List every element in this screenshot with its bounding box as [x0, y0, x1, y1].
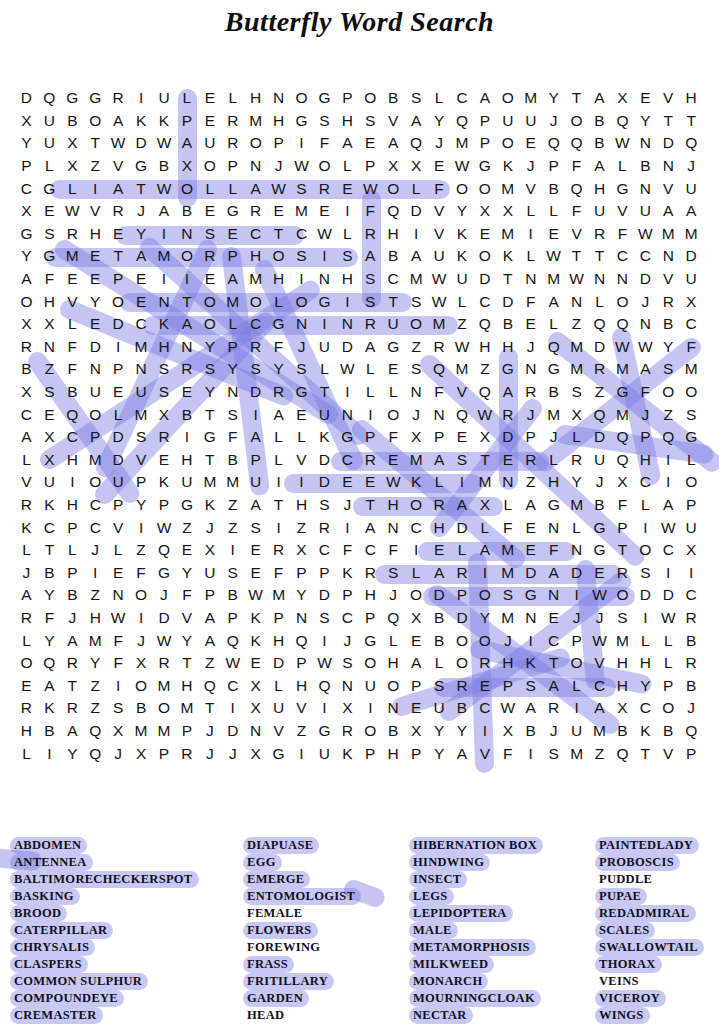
- grid-cell: V: [657, 742, 680, 765]
- grid-cell: L: [359, 358, 382, 381]
- word-list-item: FRASS: [243, 956, 294, 973]
- grid-cell: P: [61, 516, 84, 539]
- grid-cell: S: [680, 403, 703, 426]
- grid-cell: O: [680, 381, 703, 404]
- grid-cell: P: [634, 426, 657, 449]
- grid-cell: U: [198, 561, 221, 584]
- grid-cell: M: [565, 494, 588, 517]
- word-list-item: FEMALE: [243, 905, 308, 922]
- grid-cell: P: [244, 449, 267, 472]
- grid-cell: Y: [130, 223, 153, 246]
- grid-cell: I: [473, 561, 496, 584]
- grid-cell: U: [680, 516, 703, 539]
- grid-cell: H: [244, 245, 267, 268]
- grid-cell: U: [428, 245, 451, 268]
- grid-cell: E: [542, 607, 565, 630]
- grid-cell: I: [405, 539, 428, 562]
- grid-cell: O: [611, 290, 634, 313]
- grid-cell: T: [198, 697, 221, 720]
- grid-cell: C: [680, 584, 703, 607]
- grid-cell: W: [473, 403, 496, 426]
- grid-cell: S: [153, 381, 176, 404]
- grid-cell: O: [359, 87, 382, 110]
- grid-cell: A: [359, 336, 382, 359]
- grid-cell: H: [61, 494, 84, 517]
- grid-cell: N: [519, 358, 542, 381]
- grid-cell: J: [542, 426, 565, 449]
- grid-cell: R: [680, 607, 703, 630]
- grid-cell: E: [519, 539, 542, 562]
- grid-cell: L: [61, 539, 84, 562]
- grid-cell: R: [153, 426, 176, 449]
- grid-cell: Y: [451, 200, 474, 223]
- grid-cell: Y: [542, 87, 565, 110]
- grid-cell: I: [290, 268, 313, 291]
- grid-cell: T: [496, 268, 519, 291]
- grid-cell: R: [588, 223, 611, 246]
- word-list-row: ANTENNEA: [14, 853, 199, 870]
- grid-cell: D: [336, 336, 359, 359]
- grid-cell: N: [519, 268, 542, 291]
- grid-cell: A: [15, 268, 38, 291]
- word-list-row: HINDWING: [413, 853, 543, 870]
- grid-cell: R: [359, 223, 382, 246]
- grid-cell: S: [611, 607, 634, 630]
- grid-cell: C: [290, 223, 313, 246]
- grid-cell: S: [313, 607, 336, 630]
- word-list-row: MOURNINGCLOAK: [413, 989, 543, 1006]
- grid-cell: P: [473, 132, 496, 155]
- grid-cell: B: [588, 494, 611, 517]
- grid-cell: W: [61, 200, 84, 223]
- grid-cell: N: [565, 290, 588, 313]
- grid-cell: S: [336, 245, 359, 268]
- grid-cell: N: [336, 674, 359, 697]
- grid-cell: W: [634, 336, 657, 359]
- grid-cell: B: [588, 110, 611, 133]
- grid-cell: N: [290, 607, 313, 630]
- grid-cell: M: [496, 177, 519, 200]
- grid-cell: B: [221, 584, 244, 607]
- grid-cell: L: [267, 674, 290, 697]
- grid-cell: E: [38, 200, 61, 223]
- grid-cell: L: [359, 381, 382, 404]
- word-list-column: ABDOMENANTENNEABALTIMORECHECKERSPOTBASKI…: [14, 836, 199, 1023]
- grid-cell: E: [84, 245, 107, 268]
- grid-cell: L: [405, 561, 428, 584]
- grid-cell: B: [519, 720, 542, 743]
- grid-cell: L: [542, 449, 565, 472]
- grid-cell: S: [130, 426, 153, 449]
- grid-cell: U: [634, 200, 657, 223]
- word-list-item: FLOWERS: [243, 922, 318, 939]
- grid-cell: S: [198, 223, 221, 246]
- grid-cell: I: [336, 516, 359, 539]
- grid-cell: F: [267, 336, 290, 359]
- grid-cell: Z: [565, 313, 588, 336]
- grid-cell: M: [130, 336, 153, 359]
- grid-cell: M: [153, 245, 176, 268]
- grid-cell: I: [267, 516, 290, 539]
- grid-cell: M: [588, 720, 611, 743]
- grid-cell: S: [405, 290, 428, 313]
- grid-cell: L: [198, 177, 221, 200]
- grid-cell: F: [267, 561, 290, 584]
- grid-cell: R: [15, 494, 38, 517]
- grid-cell: H: [84, 607, 107, 630]
- grid-cell: O: [198, 155, 221, 178]
- grid-cell: I: [175, 268, 198, 291]
- grid-cell: M: [496, 539, 519, 562]
- grid-cell: O: [634, 539, 657, 562]
- grid-cell: W: [290, 155, 313, 178]
- grid-cell: O: [405, 313, 428, 336]
- grid-cell: X: [38, 449, 61, 472]
- grid-cell: H: [634, 652, 657, 675]
- grid-cell: A: [382, 132, 405, 155]
- grid-cell: R: [428, 494, 451, 517]
- grid-cell: E: [428, 155, 451, 178]
- grid-cell: X: [61, 132, 84, 155]
- word-list-item: COMPOUNDEYE: [10, 990, 124, 1007]
- word-list-row: CLASPERS: [14, 955, 199, 972]
- grid-cell: U: [680, 268, 703, 291]
- grid-cell: S: [382, 561, 405, 584]
- grid-cell: L: [61, 177, 84, 200]
- grid-cell: F: [61, 358, 84, 381]
- grid-cell: D: [221, 720, 244, 743]
- grid-cell: Q: [542, 336, 565, 359]
- grid-cell: A: [15, 426, 38, 449]
- grid-cell: K: [451, 245, 474, 268]
- grid-cell: N: [519, 607, 542, 630]
- grid-cell: K: [244, 607, 267, 630]
- grid-cell: Y: [657, 336, 680, 359]
- word-list-row: FRITILLARY: [247, 972, 361, 989]
- grid-cell: A: [428, 561, 451, 584]
- grid-cell: Z: [84, 155, 107, 178]
- grid-cell: B: [382, 720, 405, 743]
- grid-cell: I: [657, 471, 680, 494]
- grid-cell: L: [382, 629, 405, 652]
- grid-cell: L: [107, 403, 130, 426]
- grid-cell: N: [153, 290, 176, 313]
- grid-cell: N: [336, 313, 359, 336]
- grid-cell: M: [473, 471, 496, 494]
- grid-cell: T: [107, 245, 130, 268]
- grid-cell: X: [680, 290, 703, 313]
- grid-cell: F: [107, 652, 130, 675]
- grid-cell: V: [175, 607, 198, 630]
- grid-cell: I: [473, 720, 496, 743]
- grid-cell: V: [107, 155, 130, 178]
- grid-cell: R: [15, 697, 38, 720]
- grid-cell: X: [15, 110, 38, 133]
- grid-cell: E: [107, 223, 130, 246]
- grid-cell: P: [221, 245, 244, 268]
- grid-cell: P: [107, 358, 130, 381]
- grid-cell: N: [588, 268, 611, 291]
- grid-cell: H: [611, 674, 634, 697]
- grid-cell: I: [290, 471, 313, 494]
- word-list-item: HIBERNATION BOX: [409, 837, 543, 854]
- grid-cell: R: [588, 358, 611, 381]
- grid-cell: W: [611, 132, 634, 155]
- grid-cell: A: [588, 87, 611, 110]
- word-list-item: HEAD: [243, 1007, 290, 1024]
- grid-cell: U: [38, 471, 61, 494]
- word-list-item: SCALES: [595, 922, 655, 939]
- grid-cell: I: [61, 471, 84, 494]
- grid-cell: X: [15, 381, 38, 404]
- grid-cell: D: [130, 132, 153, 155]
- word-list-row: INSECT: [413, 870, 543, 887]
- grid-cell: R: [107, 87, 130, 110]
- word-list-row: MONARCH: [413, 972, 543, 989]
- grid-cell: U: [588, 449, 611, 472]
- grid-cell: I: [451, 471, 474, 494]
- grid-cell: S: [359, 290, 382, 313]
- grid-cell: D: [428, 584, 451, 607]
- grid-cell: O: [313, 155, 336, 178]
- grid-cell: Q: [611, 426, 634, 449]
- grid-cell: I: [336, 290, 359, 313]
- grid-cell: F: [634, 381, 657, 404]
- grid-cell: O: [130, 674, 153, 697]
- word-list-row: THORAX: [599, 955, 704, 972]
- grid-cell: A: [61, 629, 84, 652]
- grid-cell: K: [153, 110, 176, 133]
- grid-cell: Z: [221, 516, 244, 539]
- word-list-row: CHRYSALIS: [14, 938, 199, 955]
- grid-cell: L: [267, 449, 290, 472]
- grid-cell: N: [496, 471, 519, 494]
- grid-cell: Q: [588, 313, 611, 336]
- word-list-row: PAINTEDLADY: [599, 836, 704, 853]
- grid-cell: A: [336, 132, 359, 155]
- grid-cell: D: [107, 449, 130, 472]
- grid-cell: N: [405, 381, 428, 404]
- word-list-row: MALE: [413, 921, 543, 938]
- grid-cell: B: [451, 697, 474, 720]
- word-list-item: MILKWEED: [409, 956, 494, 973]
- grid-cell: J: [519, 155, 542, 178]
- grid-cell: G: [38, 177, 61, 200]
- grid-cell: A: [244, 426, 267, 449]
- grid-cell: Z: [473, 358, 496, 381]
- grid-cell: S: [313, 110, 336, 133]
- grid-cell: A: [542, 674, 565, 697]
- grid-cell: T: [198, 449, 221, 472]
- grid-cell: C: [244, 223, 267, 246]
- grid-cell: V: [473, 742, 496, 765]
- grid-cell: A: [519, 697, 542, 720]
- grid-cell: O: [451, 177, 474, 200]
- grid-cell: L: [290, 426, 313, 449]
- grid-cell: L: [634, 629, 657, 652]
- grid-cell: I: [221, 697, 244, 720]
- grid-cell: G: [313, 720, 336, 743]
- grid-cell: L: [451, 539, 474, 562]
- word-list-row: ENTOMOLOGIST: [247, 887, 361, 904]
- grid-cell: X: [405, 155, 428, 178]
- grid-cell: S: [153, 358, 176, 381]
- grid-cell: K: [496, 245, 519, 268]
- grid-cell: O: [84, 110, 107, 133]
- grid-cell: G: [359, 629, 382, 652]
- word-list-row: CATERPILLAR: [14, 921, 199, 938]
- grid-cell: D: [588, 426, 611, 449]
- grid-cell: Y: [634, 674, 657, 697]
- grid-cell: N: [542, 584, 565, 607]
- grid-cell: I: [290, 132, 313, 155]
- grid-cell: T: [175, 652, 198, 675]
- grid-cell: L: [61, 313, 84, 336]
- grid-cell: G: [221, 200, 244, 223]
- grid-cell: G: [336, 426, 359, 449]
- grid-cell: V: [428, 223, 451, 246]
- grid-cell: H: [153, 336, 176, 359]
- grid-cell: R: [15, 336, 38, 359]
- word-list-row: METAMORPHOSIS: [413, 938, 543, 955]
- grid-cell: H: [38, 290, 61, 313]
- grid-cell: H: [15, 720, 38, 743]
- grid-cell: W: [313, 652, 336, 675]
- grid-cell: D: [496, 290, 519, 313]
- grid-cell: Z: [84, 584, 107, 607]
- grid-cell: W: [565, 268, 588, 291]
- grid-cell: X: [15, 313, 38, 336]
- grid-cell: N: [611, 268, 634, 291]
- grid-cell: H: [588, 177, 611, 200]
- grid-cell: R: [61, 697, 84, 720]
- grid-cell: B: [38, 720, 61, 743]
- grid-cell: C: [15, 177, 38, 200]
- grid-cell: T: [175, 290, 198, 313]
- grid-cell: T: [657, 110, 680, 133]
- grid-cell: A: [451, 742, 474, 765]
- grid-cell: N: [221, 381, 244, 404]
- grid-cell: S: [359, 268, 382, 291]
- word-list-row: LEPIDOPTERA: [413, 904, 543, 921]
- grid-cell: Q: [38, 87, 61, 110]
- grid-cell: A: [634, 358, 657, 381]
- word-list-row: FRASS: [247, 955, 361, 972]
- word-list-item: ENTOMOLOGIST: [243, 888, 361, 905]
- grid-cell: L: [542, 313, 565, 336]
- grid-cell: H: [359, 584, 382, 607]
- grid-cell: Q: [221, 629, 244, 652]
- grid-cell: C: [473, 697, 496, 720]
- grid-cell: A: [221, 268, 244, 291]
- grid-cell: M: [680, 223, 703, 246]
- word-list-item: FOREWING: [243, 939, 326, 956]
- grid-cell: D: [15, 87, 38, 110]
- grid-cell: W: [153, 177, 176, 200]
- grid-cell: M: [496, 607, 519, 630]
- grid-cell: E: [634, 87, 657, 110]
- word-list-item: VEINS: [595, 973, 645, 990]
- grid-cell: I: [634, 607, 657, 630]
- word-list-row: PUPAE: [599, 887, 704, 904]
- grid-cell: E: [336, 177, 359, 200]
- grid-cell: T: [611, 539, 634, 562]
- grid-cell: C: [221, 674, 244, 697]
- grid-cell: V: [611, 200, 634, 223]
- grid-cell: G: [680, 426, 703, 449]
- grid-cell: I: [634, 516, 657, 539]
- grid-cell: A: [473, 87, 496, 110]
- grid-cell: G: [313, 290, 336, 313]
- grid-cell: P: [336, 584, 359, 607]
- grid-cell: T: [38, 539, 61, 562]
- grid-cell: P: [290, 561, 313, 584]
- word-list-item: ABDOMEN: [10, 837, 87, 854]
- grid-cell: R: [198, 245, 221, 268]
- grid-cell: W: [451, 155, 474, 178]
- word-list-item: BALTIMORECHECKERSPOT: [10, 871, 199, 888]
- grid-cell: L: [336, 223, 359, 246]
- grid-cell: M: [565, 336, 588, 359]
- grid-cell: A: [61, 720, 84, 743]
- grid-cell: I: [130, 87, 153, 110]
- grid-cell: V: [657, 177, 680, 200]
- grid-cell: I: [565, 697, 588, 720]
- grid-cell: I: [244, 403, 267, 426]
- grid-cell: F: [175, 584, 198, 607]
- grid-cell: Q: [153, 539, 176, 562]
- grid-cell: G: [496, 358, 519, 381]
- grid-cell: X: [153, 403, 176, 426]
- grid-cell: T: [267, 494, 290, 517]
- grid-cell: X: [244, 674, 267, 697]
- grid-cell: C: [611, 245, 634, 268]
- grid-cell: W: [153, 132, 176, 155]
- grid-cell: O: [405, 584, 428, 607]
- grid-cell: P: [451, 584, 474, 607]
- grid-cell: M: [221, 290, 244, 313]
- grid-cell: Y: [61, 742, 84, 765]
- grid-cell: N: [542, 516, 565, 539]
- grid-cell: J: [221, 742, 244, 765]
- grid-cell: R: [267, 381, 290, 404]
- grid-cell: J: [198, 742, 221, 765]
- word-list-item: PAINTEDLADY: [595, 837, 699, 854]
- grid-cell: M: [84, 629, 107, 652]
- grid-cell: S: [496, 584, 519, 607]
- grid-cell: P: [267, 132, 290, 155]
- grid-cell: T: [542, 652, 565, 675]
- grid-cell: A: [175, 313, 198, 336]
- grid-cell: P: [359, 742, 382, 765]
- grid-cell: A: [405, 110, 428, 133]
- grid-cell: I: [313, 629, 336, 652]
- grid-cell: I: [336, 381, 359, 404]
- grid-cell: V: [61, 290, 84, 313]
- grid-cell: W: [451, 336, 474, 359]
- grid-cell: F: [611, 494, 634, 517]
- grid-cell: R: [336, 720, 359, 743]
- word-list-row: PUDDLE: [599, 870, 704, 887]
- grid-cell: I: [657, 449, 680, 472]
- grid-cell: M: [542, 403, 565, 426]
- grid-cell: K: [451, 223, 474, 246]
- grid-cell: J: [130, 200, 153, 223]
- grid-cell: P: [313, 561, 336, 584]
- grid-cell: A: [405, 245, 428, 268]
- word-list-item: MOURNINGCLOAK: [409, 990, 541, 1007]
- grid-cell: P: [405, 742, 428, 765]
